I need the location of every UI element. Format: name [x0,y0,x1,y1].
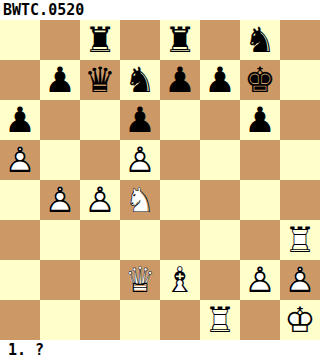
square-f4[interactable] [200,180,240,220]
black-knight-icon: ♞ [120,60,160,100]
square-g6[interactable]: ♟ [240,100,280,140]
white-bishop-glyph: ♗ [160,260,200,300]
square-e3[interactable] [160,220,200,260]
white-rook-icon: ♜♖ [200,300,240,340]
square-b8[interactable] [40,20,80,60]
square-f1[interactable]: ♜♖ [200,300,240,340]
square-g2[interactable]: ♟♙ [240,260,280,300]
square-a1[interactable] [0,300,40,340]
white-queen-icon: ♛♕ [120,260,160,300]
square-g8[interactable]: ♞ [240,20,280,60]
square-b4[interactable]: ♟♙ [40,180,80,220]
square-g5[interactable] [240,140,280,180]
square-c8[interactable]: ♜ [80,20,120,60]
black-pawn-glyph: ♟ [160,60,200,100]
black-knight-glyph: ♞ [240,20,280,60]
white-pawn-glyph: ♙ [120,140,160,180]
black-pawn-glyph: ♟ [200,60,240,100]
square-b6[interactable] [40,100,80,140]
square-d2[interactable]: ♛♕ [120,260,160,300]
white-rook-glyph: ♖ [200,300,240,340]
black-pawn-glyph: ♟ [120,100,160,140]
square-a5[interactable]: ♟♙ [0,140,40,180]
square-h2[interactable]: ♟♙ [280,260,320,300]
square-d5[interactable]: ♟♙ [120,140,160,180]
square-b5[interactable] [40,140,80,180]
white-pawn-icon: ♟♙ [80,180,120,220]
chess-board: ♜♜♞♟♛♞♟♟♚♟♟♟♟♙♟♙♟♙♟♙♞♘♜♖♛♕♝♗♟♙♟♙♜♖♚♔ [0,20,320,340]
white-king-glyph: ♔ [280,300,320,340]
white-pawn-icon: ♟♙ [240,260,280,300]
square-f6[interactable] [200,100,240,140]
square-a3[interactable] [0,220,40,260]
white-queen-glyph: ♕ [120,260,160,300]
black-queen-glyph: ♛ [80,60,120,100]
square-c5[interactable] [80,140,120,180]
square-g1[interactable] [240,300,280,340]
square-d4[interactable]: ♞♘ [120,180,160,220]
white-pawn-icon: ♟♙ [120,140,160,180]
white-pawn-icon: ♟♙ [40,180,80,220]
square-c7[interactable]: ♛ [80,60,120,100]
square-c1[interactable] [80,300,120,340]
square-h6[interactable] [280,100,320,140]
square-d3[interactable] [120,220,160,260]
black-rook-glyph: ♜ [160,20,200,60]
square-e5[interactable] [160,140,200,180]
square-a4[interactable] [0,180,40,220]
square-h1[interactable]: ♚♔ [280,300,320,340]
black-pawn-glyph: ♟ [40,60,80,100]
square-d7[interactable]: ♞ [120,60,160,100]
black-pawn-icon: ♟ [40,60,80,100]
black-pawn-icon: ♟ [240,100,280,140]
square-g4[interactable] [240,180,280,220]
square-a6[interactable]: ♟ [0,100,40,140]
white-pawn-icon: ♟♙ [280,260,320,300]
square-d8[interactable] [120,20,160,60]
square-e7[interactable]: ♟ [160,60,200,100]
square-d1[interactable] [120,300,160,340]
black-pawn-icon: ♟ [160,60,200,100]
black-pawn-glyph: ♟ [0,100,40,140]
white-bishop-icon: ♝♗ [160,260,200,300]
black-queen-icon: ♛ [80,60,120,100]
square-a8[interactable] [0,20,40,60]
square-c3[interactable] [80,220,120,260]
square-a7[interactable] [0,60,40,100]
square-d6[interactable]: ♟ [120,100,160,140]
square-f3[interactable] [200,220,240,260]
square-a2[interactable] [0,260,40,300]
black-king-icon: ♚ [240,60,280,100]
white-pawn-glyph: ♙ [0,140,40,180]
chess-program-window: BWTC.0520 ♜♜♞♟♛♞♟♟♚♟♟♟♟♙♟♙♟♙♟♙♞♘♜♖♛♕♝♗♟♙… [0,0,320,360]
square-f5[interactable] [200,140,240,180]
black-knight-icon: ♞ [240,20,280,60]
square-h5[interactable] [280,140,320,180]
black-rook-icon: ♜ [80,20,120,60]
square-c2[interactable] [80,260,120,300]
move-prompt: 1. ? [8,340,44,360]
square-g7[interactable]: ♚ [240,60,280,100]
black-pawn-icon: ♟ [200,60,240,100]
square-e6[interactable] [160,100,200,140]
white-pawn-glyph: ♙ [80,180,120,220]
square-e8[interactable]: ♜ [160,20,200,60]
white-rook-glyph: ♖ [280,220,320,260]
square-c6[interactable] [80,100,120,140]
square-b1[interactable] [40,300,80,340]
square-e1[interactable] [160,300,200,340]
white-pawn-glyph: ♙ [40,180,80,220]
square-e2[interactable]: ♝♗ [160,260,200,300]
white-pawn-icon: ♟♙ [0,140,40,180]
black-pawn-icon: ♟ [120,100,160,140]
square-f8[interactable] [200,20,240,60]
white-pawn-glyph: ♙ [280,260,320,300]
square-h7[interactable] [280,60,320,100]
square-h4[interactable] [280,180,320,220]
square-b2[interactable] [40,260,80,300]
white-knight-glyph: ♘ [120,180,160,220]
square-e4[interactable] [160,180,200,220]
square-f2[interactable] [200,260,240,300]
square-b7[interactable]: ♟ [40,60,80,100]
square-g3[interactable] [240,220,280,260]
black-pawn-icon: ♟ [0,100,40,140]
square-f7[interactable]: ♟ [200,60,240,100]
black-king-glyph: ♚ [240,60,280,100]
black-rook-glyph: ♜ [80,20,120,60]
square-h3[interactable]: ♜♖ [280,220,320,260]
black-rook-icon: ♜ [160,20,200,60]
white-pawn-glyph: ♙ [240,260,280,300]
black-pawn-glyph: ♟ [240,100,280,140]
puzzle-id: BWTC.0520 [3,0,84,20]
square-c4[interactable]: ♟♙ [80,180,120,220]
black-knight-glyph: ♞ [120,60,160,100]
white-rook-icon: ♜♖ [280,220,320,260]
status-bar: 1. ? [0,340,320,360]
white-knight-icon: ♞♘ [120,180,160,220]
white-king-icon: ♚♔ [280,300,320,340]
square-h8[interactable] [280,20,320,60]
title-bar: BWTC.0520 [0,0,320,20]
square-b3[interactable] [40,220,80,260]
